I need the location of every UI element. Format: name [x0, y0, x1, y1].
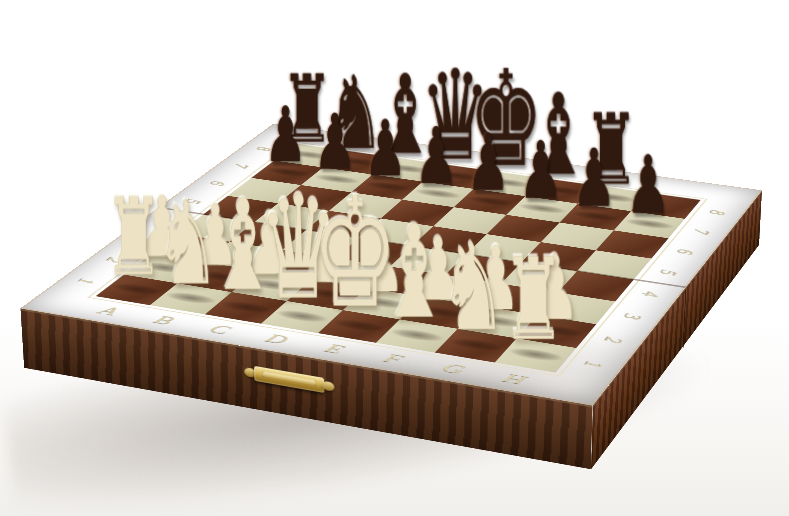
brass-clasp	[244, 363, 334, 399]
fold-seam-side	[683, 289, 686, 349]
chess-box: ABCDEFGH1122334455667788 ♜♞♝♛♚♝♞♜♟♟♟♟♟♟♟…	[20, 124, 762, 406]
photo-background: ABCDEFGH1122334455667788 ♜♞♝♛♚♝♞♜♟♟♟♟♟♟♟…	[0, 0, 789, 516]
piece-glyph: ♟	[585, 145, 711, 225]
piece-glyph: ♜	[463, 244, 605, 357]
